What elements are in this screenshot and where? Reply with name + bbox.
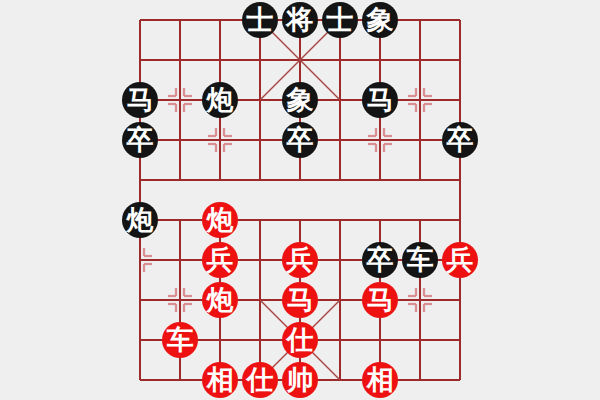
piece-red-elephant[interactable]: 相 — [362, 362, 398, 398]
piece-red-cannon[interactable]: 炮 — [202, 282, 238, 318]
piece-black-soldier[interactable]: 卒 — [122, 122, 158, 158]
piece-black-horse[interactable]: 马 — [362, 82, 398, 118]
piece-red-elephant[interactable]: 相 — [202, 362, 238, 398]
xiangqi-board: 士将士象马炮象马卒卒卒炮炮兵兵卒车兵炮马马车仕相仕帅相 — [0, 0, 600, 400]
piece-red-cannon[interactable]: 炮 — [202, 202, 238, 238]
piece-black-soldier[interactable]: 卒 — [442, 122, 478, 158]
piece-red-general[interactable]: 帅 — [282, 362, 318, 398]
piece-black-elephant[interactable]: 象 — [362, 2, 398, 38]
piece-black-horse[interactable]: 马 — [122, 82, 158, 118]
piece-red-horse[interactable]: 马 — [282, 282, 318, 318]
piece-red-soldier[interactable]: 兵 — [202, 242, 238, 278]
board-grid[interactable]: 士将士象马炮象马卒卒卒炮炮兵兵卒车兵炮马马车仕相仕帅相 — [120, 0, 480, 400]
piece-red-advisor[interactable]: 仕 — [282, 322, 318, 358]
piece-red-horse[interactable]: 马 — [362, 282, 398, 318]
piece-black-advisor[interactable]: 士 — [242, 2, 278, 38]
piece-black-chariot[interactable]: 车 — [402, 242, 438, 278]
piece-red-soldier[interactable]: 兵 — [442, 242, 478, 278]
piece-black-general[interactable]: 将 — [282, 2, 318, 38]
piece-black-soldier[interactable]: 卒 — [362, 242, 398, 278]
piece-red-advisor[interactable]: 仕 — [242, 362, 278, 398]
piece-black-elephant[interactable]: 象 — [282, 82, 318, 118]
piece-black-advisor[interactable]: 士 — [322, 2, 358, 38]
piece-red-soldier[interactable]: 兵 — [282, 242, 318, 278]
piece-black-cannon[interactable]: 炮 — [122, 202, 158, 238]
piece-black-cannon[interactable]: 炮 — [202, 82, 238, 118]
piece-black-soldier[interactable]: 卒 — [282, 122, 318, 158]
piece-red-chariot[interactable]: 车 — [162, 322, 198, 358]
